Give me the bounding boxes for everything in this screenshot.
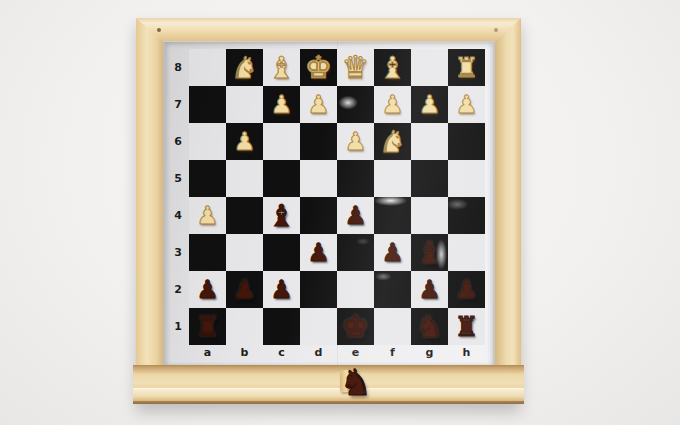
square-e2[interactable] [337, 271, 374, 308]
square-d4[interactable] [300, 197, 337, 234]
square-a5[interactable] [189, 160, 226, 197]
file-label-d: d [300, 344, 337, 361]
black-king-e1[interactable]: ♚ [337, 308, 374, 345]
square-a2[interactable]: ♟ [189, 271, 226, 308]
square-h2[interactable]: ♟ [448, 271, 485, 308]
frame-right-bar [495, 18, 521, 365]
square-a8[interactable] [189, 49, 226, 86]
square-h3[interactable] [448, 234, 485, 271]
square-b4[interactable] [226, 197, 263, 234]
square-h5[interactable] [448, 160, 485, 197]
black-pawn-e4[interactable]: ♟ [337, 197, 374, 234]
product-photo-scene: ♞♝♚♛♝♜♟♟♟♟♟♟♟♞♟♝♟♟♟♝♟♟♟♟♟♜♚♞♜ 87654321 a… [0, 0, 680, 425]
white-knight-b8[interactable]: ♞ [226, 49, 263, 86]
square-c5[interactable] [263, 160, 300, 197]
glare-highlight [374, 197, 411, 234]
square-d1[interactable] [300, 308, 337, 345]
square-e6[interactable]: ♟ [337, 123, 374, 160]
square-d7[interactable]: ♟ [300, 86, 337, 123]
glare-highlight [337, 234, 374, 271]
square-b2[interactable]: ♟ [226, 271, 263, 308]
glare-highlight [448, 197, 485, 234]
white-pawn-a4[interactable]: ♟ [189, 197, 226, 234]
square-g6[interactable] [411, 123, 448, 160]
square-b1[interactable] [226, 308, 263, 345]
board-grid: ♞♝♚♛♝♜♟♟♟♟♟♟♟♞♟♝♟♟♟♝♟♟♟♟♟♜♚♞♜ [189, 49, 485, 345]
file-label-g: g [411, 344, 448, 361]
square-h1[interactable]: ♜ [448, 308, 485, 345]
black-pawn-f3[interactable]: ♟ [374, 234, 411, 271]
square-f1[interactable] [374, 308, 411, 345]
frame-screw-icon [494, 28, 498, 32]
rank-label-5: 5 [169, 160, 187, 197]
black-bishop-g3[interactable]: ♝ [411, 234, 448, 271]
white-rook-h8[interactable]: ♜ [448, 49, 485, 86]
black-rook-a1[interactable]: ♜ [189, 308, 226, 345]
white-pawn-b6[interactable]: ♟ [226, 123, 263, 160]
square-d8[interactable]: ♚ [300, 49, 337, 86]
square-g8[interactable] [411, 49, 448, 86]
black-bishop-c4[interactable]: ♝ [263, 197, 300, 234]
square-b6[interactable]: ♟ [226, 123, 263, 160]
frame-top-bar [136, 18, 521, 41]
square-a3[interactable] [189, 234, 226, 271]
white-king-d8[interactable]: ♚ [300, 49, 337, 86]
black-pawn-c2[interactable]: ♟ [263, 271, 300, 308]
file-label-c: c [263, 344, 300, 361]
black-pawn-a2[interactable]: ♟ [189, 271, 226, 308]
board-frame: ♞♝♚♛♝♜♟♟♟♟♟♟♟♞♟♝♟♟♟♝♟♟♟♟♟♜♚♞♜ 87654321 a… [136, 18, 521, 404]
square-e4[interactable]: ♟ [337, 197, 374, 234]
black-pawn-b2[interactable]: ♟ [226, 271, 263, 308]
square-g3[interactable]: ♝ [411, 234, 448, 271]
white-bishop-c8[interactable]: ♝ [263, 49, 300, 86]
black-pawn-d3[interactable]: ♟ [300, 234, 337, 271]
square-f7[interactable]: ♟ [374, 86, 411, 123]
square-c3[interactable] [263, 234, 300, 271]
square-e3[interactable] [337, 234, 374, 271]
square-b7[interactable] [226, 86, 263, 123]
square-d2[interactable] [300, 271, 337, 308]
square-e1[interactable]: ♚ [337, 308, 374, 345]
square-e7[interactable] [337, 86, 374, 123]
square-g7[interactable]: ♟ [411, 86, 448, 123]
square-b8[interactable]: ♞ [226, 49, 263, 86]
square-g5[interactable] [411, 160, 448, 197]
square-f6[interactable]: ♞ [374, 123, 411, 160]
square-a6[interactable] [189, 123, 226, 160]
white-pawn-g7[interactable]: ♟ [411, 86, 448, 123]
captured-black-knight[interactable]: ♞ [336, 363, 376, 403]
white-queen-e8[interactable]: ♛ [337, 49, 374, 86]
square-c6[interactable] [263, 123, 300, 160]
file-label-e: e [337, 344, 374, 361]
rank-label-7: 7 [169, 86, 187, 123]
square-a7[interactable] [189, 86, 226, 123]
square-c1[interactable] [263, 308, 300, 345]
rank-label-2: 2 [169, 271, 187, 308]
rank-label-4: 4 [169, 197, 187, 234]
square-d3[interactable]: ♟ [300, 234, 337, 271]
square-h6[interactable] [448, 123, 485, 160]
white-knight-f6[interactable]: ♞ [374, 123, 411, 160]
white-bishop-f8[interactable]: ♝ [374, 49, 411, 86]
square-g2[interactable]: ♟ [411, 271, 448, 308]
square-e5[interactable] [337, 160, 374, 197]
white-pawn-c7[interactable]: ♟ [263, 86, 300, 123]
rank-label-1: 1 [169, 308, 187, 345]
square-a4[interactable]: ♟ [189, 197, 226, 234]
square-b3[interactable] [226, 234, 263, 271]
white-pawn-e6[interactable]: ♟ [337, 123, 374, 160]
square-f8[interactable]: ♝ [374, 49, 411, 86]
square-b5[interactable] [226, 160, 263, 197]
square-c7[interactable]: ♟ [263, 86, 300, 123]
file-label-h: h [448, 344, 485, 361]
square-f5[interactable] [374, 160, 411, 197]
black-pawn-h2[interactable]: ♟ [448, 271, 485, 308]
square-d5[interactable] [300, 160, 337, 197]
square-h4[interactable] [448, 197, 485, 234]
file-labels: abcdefgh [189, 344, 485, 361]
frame-left-bar [136, 18, 163, 365]
square-f3[interactable]: ♟ [374, 234, 411, 271]
glare-highlight [337, 86, 374, 123]
square-e8[interactable]: ♛ [337, 49, 374, 86]
chess-board: ♞♝♚♛♝♜♟♟♟♟♟♟♟♞♟♝♟♟♟♝♟♟♟♟♟♜♚♞♜ 87654321 a… [163, 41, 495, 365]
square-h8[interactable]: ♜ [448, 49, 485, 86]
black-pawn-g2[interactable]: ♟ [411, 271, 448, 308]
frame-screw-icon [157, 28, 161, 32]
piece-tray [133, 365, 524, 404]
rank-label-3: 3 [169, 234, 187, 271]
square-h7[interactable]: ♟ [448, 86, 485, 123]
square-c2[interactable]: ♟ [263, 271, 300, 308]
square-g4[interactable] [411, 197, 448, 234]
black-rook-h1[interactable]: ♜ [448, 308, 485, 345]
square-f2[interactable] [374, 271, 411, 308]
glare-highlight [374, 271, 411, 308]
file-label-b: b [226, 344, 263, 361]
square-f4[interactable] [374, 197, 411, 234]
white-pawn-f7[interactable]: ♟ [374, 86, 411, 123]
white-pawn-d7[interactable]: ♟ [300, 86, 337, 123]
black-knight-g1[interactable]: ♞ [411, 308, 448, 345]
rank-label-8: 8 [169, 49, 187, 86]
square-a1[interactable]: ♜ [189, 308, 226, 345]
file-label-f: f [374, 344, 411, 361]
square-c8[interactable]: ♝ [263, 49, 300, 86]
rank-labels: 87654321 [169, 49, 187, 345]
square-c4[interactable]: ♝ [263, 197, 300, 234]
square-d6[interactable] [300, 123, 337, 160]
square-g1[interactable]: ♞ [411, 308, 448, 345]
white-pawn-h7[interactable]: ♟ [448, 86, 485, 123]
file-label-a: a [189, 344, 226, 361]
rank-label-6: 6 [169, 123, 187, 160]
